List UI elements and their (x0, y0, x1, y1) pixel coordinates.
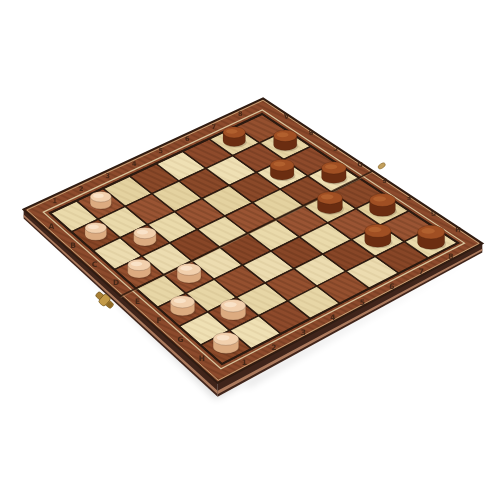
checker-light-C2[interactable] (134, 227, 158, 247)
checker-dark-C7[interactable] (270, 159, 295, 181)
checker-light-H1[interactable] (213, 333, 240, 355)
file-label-near-3: 3 (301, 328, 306, 337)
file-label-near-7: 7 (419, 267, 424, 276)
rank-label-near-C: C (92, 260, 98, 269)
checker-dark-A7[interactable] (223, 127, 247, 148)
checker-dark-F8[interactable] (370, 194, 397, 218)
rank-label-near-A: A (49, 222, 55, 231)
rank-label-far-D: D (357, 160, 363, 168)
checker-light-B1[interactable] (85, 222, 108, 241)
file-label-far-2: 2 (79, 185, 84, 193)
checker-dark-G7[interactable] (365, 224, 393, 248)
file-label-near-6: 6 (389, 282, 394, 291)
rank-label-near-D: D (113, 278, 119, 287)
checker-light-F1[interactable] (170, 296, 196, 317)
file-label-far-3: 3 (105, 172, 110, 180)
checker-light-G2[interactable] (221, 299, 248, 321)
checkers-board-photo: AABBCCDDEEFFGGHH1122334455667788 (0, 0, 500, 500)
file-label-near-8: 8 (448, 252, 453, 261)
rank-label-far-C: C (333, 144, 338, 152)
file-label-near-1: 1 (242, 358, 247, 367)
checker-dark-D8[interactable] (322, 162, 348, 185)
rank-label-far-A: A (284, 112, 289, 120)
checker-light-E2[interactable] (177, 263, 202, 284)
rank-label-near-B: B (70, 241, 76, 250)
checker-dark-B8[interactable] (274, 130, 299, 152)
rank-label-far-E: E (382, 176, 386, 184)
rank-label-far-G: G (431, 209, 436, 217)
file-label-near-5: 5 (360, 298, 365, 307)
rank-label-far-B: B (309, 128, 314, 136)
rank-label-near-H: H (199, 354, 205, 363)
rank-label-near-E: E (135, 297, 140, 306)
rank-label-near-G: G (177, 335, 183, 344)
file-label-far-1: 1 (52, 197, 57, 205)
playing-field (50, 114, 458, 364)
checker-dark-E7[interactable] (317, 192, 343, 215)
brass-hinge-icon (377, 162, 386, 170)
rank-label-far-F: F (407, 193, 411, 201)
product-photo-stage: checkers (draughts) on a folding wooden … (0, 0, 500, 500)
checker-light-A2[interactable] (90, 191, 113, 210)
checker-dark-H8[interactable] (418, 225, 447, 250)
file-label-far-5: 5 (158, 147, 163, 155)
rank-label-far-H: H (455, 225, 460, 233)
rank-label-near-F: F (156, 316, 161, 325)
file-label-far-4: 4 (132, 160, 137, 168)
file-label-near-4: 4 (330, 313, 335, 322)
checker-light-D1[interactable] (128, 259, 152, 279)
file-label-far-6: 6 (185, 135, 190, 143)
file-label-near-2: 2 (271, 343, 276, 352)
file-label-far-7: 7 (211, 123, 216, 131)
file-label-far-8: 8 (238, 110, 243, 118)
